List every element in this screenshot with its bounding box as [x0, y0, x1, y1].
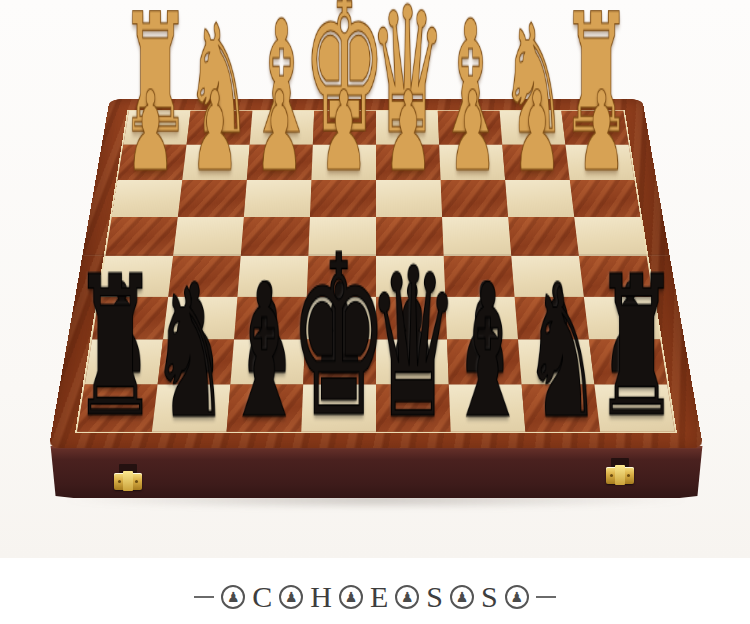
white-pawn: ♟: [448, 88, 497, 176]
square-c8: ♝: [449, 384, 526, 431]
black-queen: ♛: [368, 261, 459, 426]
footer-letter: S: [481, 582, 498, 612]
footer-logo: ♟C♟H♟E♟S♟S♟: [0, 578, 750, 616]
footer-dash: [536, 596, 556, 598]
white-pawn: ♟: [577, 88, 626, 176]
white-pawn: ♟: [319, 88, 368, 176]
square-e8: ♚: [301, 384, 376, 431]
pawn-badge-icon: ♟: [279, 585, 303, 609]
pawn-icon: ♟: [227, 590, 240, 604]
pawn-badge-icon: ♟: [450, 585, 474, 609]
square-c3: [441, 180, 509, 217]
square-d2: ♟: [376, 145, 441, 180]
white-pawn: ♟: [255, 88, 304, 176]
board-grid: ♜♞♝♚♛♝♞♜♟♟♟♟♟♟♟♟♟♟♟♟♟♟♟♟♜♞♝♚♛♝♞♜: [77, 111, 675, 432]
board-perspective: ♜♞♝♚♛♝♞♜♟♟♟♟♟♟♟♟♟♟♟♟♟♟♟♟♜♞♝♚♛♝♞♜: [49, 99, 704, 448]
square-a3: [570, 180, 641, 217]
square-g8: ♞: [152, 384, 231, 431]
footer-dash: [194, 596, 214, 598]
white-pawn: ♟: [126, 88, 175, 176]
brass-clasp-right: [605, 458, 635, 484]
square-e2: ♟: [311, 145, 376, 180]
clasp-plate: [114, 473, 142, 490]
pawn-badge-icon: ♟: [221, 585, 245, 609]
square-a2: ♟: [565, 145, 634, 180]
product-photo: ♜♞♝♚♛♝♞♜♟♟♟♟♟♟♟♟♟♟♟♟♟♟♟♟♜♞♝♚♛♝♞♜ ♟C♟H♟E♟…: [0, 0, 750, 624]
pawn-icon: ♟: [345, 590, 358, 604]
clasp-plate: [606, 467, 634, 484]
black-knight: ♞: [523, 284, 602, 426]
pawn-icon: ♟: [285, 590, 298, 604]
footer-letter: H: [310, 582, 332, 612]
pawn-icon: ♟: [510, 590, 523, 604]
square-g3: [178, 180, 247, 217]
square-b2: ♟: [502, 145, 569, 180]
footer-letter: E: [370, 582, 388, 612]
pawn-icon: ♟: [401, 590, 414, 604]
square-h8: ♜: [77, 384, 157, 431]
pawn-badge-icon: ♟: [395, 585, 419, 609]
square-c2: ♟: [439, 145, 505, 180]
square-f2: ♟: [247, 145, 313, 180]
pawn-icon: ♟: [456, 590, 469, 604]
white-pawn: ♟: [513, 88, 562, 176]
square-b3: [505, 180, 574, 217]
pawn-badge-icon: ♟: [505, 585, 529, 609]
footer-letter: S: [426, 582, 443, 612]
black-rook: ♜: [594, 272, 680, 427]
square-a8: ♜: [594, 384, 674, 431]
square-g2: ♟: [182, 145, 249, 180]
black-knight: ♞: [150, 284, 229, 426]
square-h2: ♟: [118, 145, 187, 180]
brass-clasp-left: [113, 464, 143, 490]
white-pawn: ♟: [384, 88, 433, 176]
square-d8: ♛: [376, 384, 451, 431]
footer-letter: C: [252, 582, 272, 612]
white-pawn: ♟: [191, 88, 240, 176]
chess-board: ♜♞♝♚♛♝♞♜♟♟♟♟♟♟♟♟♟♟♟♟♟♟♟♟♜♞♝♚♛♝♞♜: [49, 99, 704, 448]
pawn-badge-icon: ♟: [339, 585, 363, 609]
black-bishop: ♝: [447, 279, 529, 426]
square-h3: [112, 180, 183, 217]
black-rook: ♜: [72, 272, 158, 427]
square-b8: ♞: [522, 384, 601, 431]
